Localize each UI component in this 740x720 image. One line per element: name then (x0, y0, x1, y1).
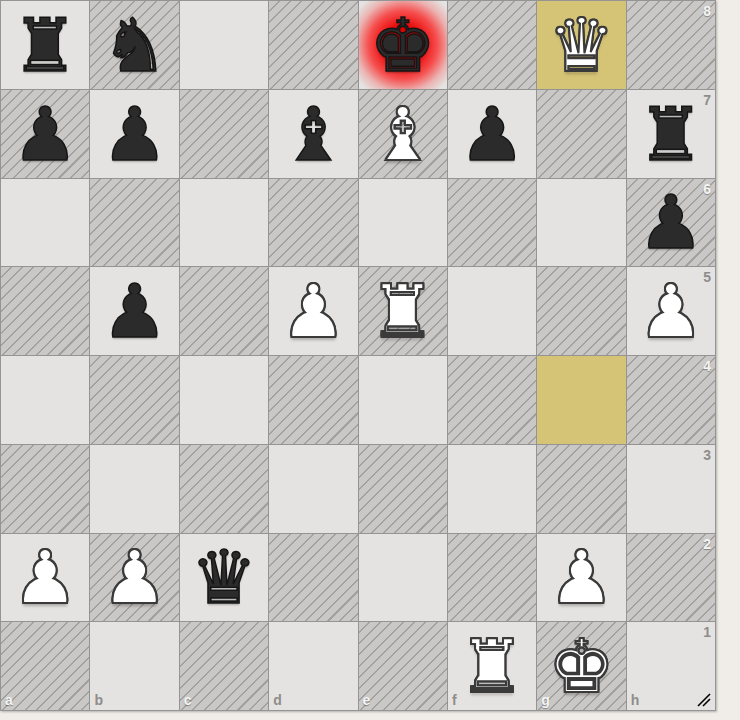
square-e3[interactable] (359, 445, 447, 533)
coord-rank-3: 3 (703, 448, 711, 462)
square-f6[interactable] (448, 179, 536, 267)
chess-board: ♜♞♚♛8♟♟♝♝♟♜7♟6♟♟♜♟543♟♟♛♟2abcde♜f♚g1h (0, 0, 716, 711)
square-b1[interactable]: b (90, 622, 178, 710)
square-c8[interactable] (180, 1, 268, 89)
square-a6[interactable] (1, 179, 89, 267)
black-pawn-icon[interactable]: ♟ (12, 97, 78, 171)
square-b3[interactable] (90, 445, 178, 533)
black-pawn-icon[interactable]: ♟ (638, 185, 704, 259)
black-king-icon[interactable]: ♚ (370, 8, 436, 82)
white-rook-icon[interactable]: ♜ (459, 629, 525, 703)
white-pawn-icon[interactable]: ♟ (548, 540, 614, 614)
black-pawn-icon[interactable]: ♟ (101, 274, 167, 348)
square-d7[interactable]: ♝ (269, 90, 357, 178)
coord-rank-8: 8 (703, 4, 711, 18)
coord-file-g: g (541, 693, 550, 707)
square-g3[interactable] (537, 445, 625, 533)
square-e7[interactable]: ♝ (359, 90, 447, 178)
black-rook-icon[interactable]: ♜ (638, 97, 704, 171)
square-f2[interactable] (448, 534, 536, 622)
square-e6[interactable] (359, 179, 447, 267)
coord-rank-5: 5 (703, 270, 711, 284)
square-c4[interactable] (180, 356, 268, 444)
square-e4[interactable] (359, 356, 447, 444)
black-pawn-icon[interactable]: ♟ (101, 97, 167, 171)
square-b2[interactable]: ♟ (90, 534, 178, 622)
square-c2[interactable]: ♛ (180, 534, 268, 622)
square-e8[interactable]: ♚ (359, 1, 447, 89)
square-e1[interactable]: e (359, 622, 447, 710)
square-d8[interactable] (269, 1, 357, 89)
black-queen-icon[interactable]: ♛ (191, 540, 257, 614)
square-f3[interactable] (448, 445, 536, 533)
square-d1[interactable]: d (269, 622, 357, 710)
square-d2[interactable] (269, 534, 357, 622)
white-pawn-icon[interactable]: ♟ (638, 274, 704, 348)
square-b7[interactable]: ♟ (90, 90, 178, 178)
square-b5[interactable]: ♟ (90, 267, 178, 355)
square-a8[interactable]: ♜ (1, 1, 89, 89)
black-bishop-icon[interactable]: ♝ (280, 97, 346, 171)
square-d6[interactable] (269, 179, 357, 267)
coord-file-f: f (452, 693, 457, 707)
square-b4[interactable] (90, 356, 178, 444)
coord-file-b: b (94, 693, 103, 707)
coord-rank-6: 6 (703, 182, 711, 196)
coord-rank-2: 2 (703, 537, 711, 551)
square-g1[interactable]: ♚g (537, 622, 625, 710)
coord-rank-1: 1 (703, 625, 711, 639)
square-a4[interactable] (1, 356, 89, 444)
square-g7[interactable] (537, 90, 625, 178)
white-bishop-icon[interactable]: ♝ (370, 97, 436, 171)
square-g5[interactable] (537, 267, 625, 355)
square-h1[interactable]: 1h (627, 622, 715, 710)
square-f4[interactable] (448, 356, 536, 444)
square-g6[interactable] (537, 179, 625, 267)
white-pawn-icon[interactable]: ♟ (101, 540, 167, 614)
black-rook-icon[interactable]: ♜ (12, 8, 78, 82)
coord-file-a: a (5, 693, 13, 707)
square-g8[interactable]: ♛ (537, 1, 625, 89)
square-f7[interactable]: ♟ (448, 90, 536, 178)
square-b6[interactable] (90, 179, 178, 267)
square-g2[interactable]: ♟ (537, 534, 625, 622)
square-a7[interactable]: ♟ (1, 90, 89, 178)
square-h2[interactable]: 2 (627, 534, 715, 622)
white-king-icon[interactable]: ♚ (548, 629, 614, 703)
board-resize-grip-icon[interactable] (695, 690, 713, 708)
coord-file-d: d (273, 693, 282, 707)
square-c1[interactable]: c (180, 622, 268, 710)
square-h8[interactable]: 8 (627, 1, 715, 89)
square-h5[interactable]: ♟5 (627, 267, 715, 355)
black-knight-icon[interactable]: ♞ (101, 8, 167, 82)
white-queen-icon[interactable]: ♛ (548, 8, 614, 82)
square-c7[interactable] (180, 90, 268, 178)
square-f1[interactable]: ♜f (448, 622, 536, 710)
coord-rank-7: 7 (703, 93, 711, 107)
black-pawn-icon[interactable]: ♟ (459, 97, 525, 171)
square-h7[interactable]: ♜7 (627, 90, 715, 178)
square-d3[interactable] (269, 445, 357, 533)
square-c5[interactable] (180, 267, 268, 355)
square-a1[interactable]: a (1, 622, 89, 710)
coord-file-h: h (631, 693, 640, 707)
square-f8[interactable] (448, 1, 536, 89)
square-g4[interactable] (537, 356, 625, 444)
white-pawn-icon[interactable]: ♟ (280, 274, 346, 348)
square-b8[interactable]: ♞ (90, 1, 178, 89)
square-d4[interactable] (269, 356, 357, 444)
square-f5[interactable] (448, 267, 536, 355)
coord-file-c: c (184, 693, 192, 707)
square-h6[interactable]: ♟6 (627, 179, 715, 267)
square-h3[interactable]: 3 (627, 445, 715, 533)
square-a2[interactable]: ♟ (1, 534, 89, 622)
square-c6[interactable] (180, 179, 268, 267)
page-background: ♜♞♚♛8♟♟♝♝♟♜7♟6♟♟♜♟543♟♟♛♟2abcde♜f♚g1h (0, 0, 740, 720)
square-a5[interactable] (1, 267, 89, 355)
coord-rank-4: 4 (703, 359, 711, 373)
coord-file-e: e (363, 693, 371, 707)
square-d5[interactable]: ♟ (269, 267, 357, 355)
square-c3[interactable] (180, 445, 268, 533)
square-a3[interactable] (1, 445, 89, 533)
square-h4[interactable]: 4 (627, 356, 715, 444)
white-rook-icon[interactable]: ♜ (370, 274, 436, 348)
square-e5[interactable]: ♜ (359, 267, 447, 355)
white-pawn-icon[interactable]: ♟ (12, 540, 78, 614)
square-e2[interactable] (359, 534, 447, 622)
